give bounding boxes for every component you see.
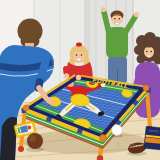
boy-green-left-hand	[101, 7, 106, 12]
boy-green-right-hand	[134, 12, 139, 17]
white-ball	[112, 125, 123, 136]
scene-photo: FOOTBALL	[0, 0, 160, 160]
corner-connector	[23, 105, 29, 111]
corner-connector	[100, 135, 107, 142]
corner-connector	[143, 85, 149, 91]
game-box	[144, 126, 160, 150]
scene-canvas: FOOTBALL	[0, 0, 160, 160]
leg-foot	[18, 146, 24, 152]
boy-green-shirt	[106, 27, 128, 59]
girl-center-headband	[76, 43, 82, 47]
plush-football	[27, 133, 43, 149]
